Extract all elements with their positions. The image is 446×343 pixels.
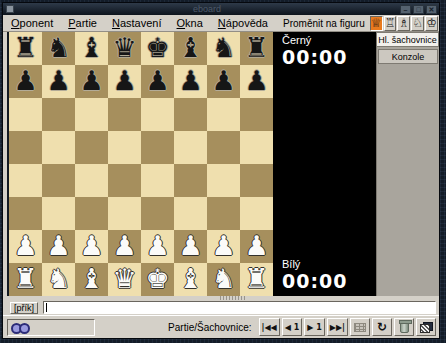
piece-black-pawn[interactable]: ♟ bbox=[240, 65, 273, 98]
piece-white-king[interactable]: ♚ bbox=[141, 263, 174, 296]
square-g3[interactable] bbox=[207, 197, 240, 230]
promote-king-button[interactable]: ♔ bbox=[425, 16, 438, 31]
square-g7[interactable]: ♟ bbox=[207, 65, 240, 98]
square-d5[interactable] bbox=[108, 131, 141, 164]
square-e4[interactable] bbox=[141, 164, 174, 197]
white-clock-time: 00:00 bbox=[282, 270, 376, 292]
square-e2[interactable]: ♟ bbox=[141, 230, 174, 263]
square-c2[interactable]: ♟ bbox=[75, 230, 108, 263]
piece-black-rook[interactable]: ♜ bbox=[9, 32, 42, 65]
piece-white-bishop[interactable]: ♝ bbox=[75, 263, 108, 296]
piece-white-bishop[interactable]: ♝ bbox=[174, 263, 207, 296]
piece-black-pawn[interactable]: ♟ bbox=[207, 65, 240, 98]
boards-icon bbox=[420, 322, 433, 333]
square-e5[interactable] bbox=[141, 131, 174, 164]
piece-black-pawn[interactable]: ♟ bbox=[108, 65, 141, 98]
square-c3[interactable] bbox=[75, 197, 108, 230]
square-d6[interactable] bbox=[108, 98, 141, 131]
piece-black-queen[interactable]: ♛ bbox=[108, 32, 141, 65]
piece-black-knight[interactable]: ♞ bbox=[207, 32, 240, 65]
refresh-icon: ↻ bbox=[377, 321, 387, 333]
square-d8[interactable]: ♛ bbox=[108, 32, 141, 65]
menu-okna[interactable]: Okna bbox=[177, 17, 203, 29]
text-caret bbox=[46, 303, 47, 312]
square-b6[interactable] bbox=[42, 98, 75, 131]
square-h3[interactable] bbox=[240, 197, 273, 230]
command-row: [přík] bbox=[3, 300, 439, 315]
movelist-grid-icon bbox=[354, 323, 366, 332]
promote-knight-button[interactable]: ♘ bbox=[411, 16, 424, 31]
promote-queen-button[interactable]: ♕ bbox=[370, 16, 383, 31]
piece-white-rook[interactable]: ♜ bbox=[240, 263, 273, 296]
nav-back-button[interactable]: ◀ 1 bbox=[282, 318, 303, 336]
square-h2[interactable]: ♟ bbox=[240, 230, 273, 263]
command-input[interactable] bbox=[43, 301, 436, 314]
menu-oponent[interactable]: Oponent bbox=[11, 17, 53, 29]
square-h1[interactable]: ♜ bbox=[240, 263, 273, 296]
square-h6[interactable] bbox=[240, 98, 273, 131]
square-h7[interactable]: ♟ bbox=[240, 65, 273, 98]
square-c1[interactable]: ♝ bbox=[75, 263, 108, 296]
close-button[interactable]: ✕ bbox=[426, 5, 437, 14]
menubar: Oponent Partie Nastavení Okna Nápověda P… bbox=[3, 15, 439, 32]
piece-black-pawn[interactable]: ♟ bbox=[141, 65, 174, 98]
square-e7[interactable]: ♟ bbox=[141, 65, 174, 98]
board-area: ♜♞♝♛♚♝♞♜♟♟♟♟♟♟♟♟♟♟♟♟♟♟♟♟♜♞♝♛♚♝♞♜ bbox=[3, 32, 273, 296]
white-clock: Bílý 00:00 bbox=[282, 258, 376, 292]
command-label-button[interactable]: [přík] bbox=[10, 302, 38, 314]
square-f3[interactable] bbox=[174, 197, 207, 230]
square-c4[interactable] bbox=[75, 164, 108, 197]
piece-white-knight[interactable]: ♞ bbox=[42, 263, 75, 296]
square-a7[interactable]: ♟ bbox=[9, 65, 42, 98]
square-g2[interactable]: ♟ bbox=[207, 230, 240, 263]
square-g1[interactable]: ♞ bbox=[207, 263, 240, 296]
square-e1[interactable]: ♚ bbox=[141, 263, 174, 296]
menu-partie[interactable]: Partie bbox=[68, 17, 97, 29]
statusbar: Partie/Šachovnice: |◀◀ ◀ 1 ▶ 1 ▶▶| ↻ bbox=[3, 315, 439, 338]
piece-white-pawn[interactable]: ♟ bbox=[108, 230, 141, 263]
square-e3[interactable] bbox=[141, 197, 174, 230]
clock-panel: Černý 00:00 Bílý 00:00 bbox=[273, 32, 376, 296]
nav-last-button[interactable]: ▶▶| bbox=[327, 318, 348, 336]
nav-label: Partie/Šachovnice: bbox=[168, 322, 251, 333]
square-f6[interactable] bbox=[174, 98, 207, 131]
square-b7[interactable]: ♟ bbox=[42, 65, 75, 98]
piece-black-pawn[interactable]: ♟ bbox=[75, 65, 108, 98]
piece-white-queen[interactable]: ♛ bbox=[108, 263, 141, 296]
square-b4[interactable] bbox=[42, 164, 75, 197]
square-d4[interactable] bbox=[108, 164, 141, 197]
square-f2[interactable]: ♟ bbox=[174, 230, 207, 263]
square-f5[interactable] bbox=[174, 131, 207, 164]
square-d2[interactable]: ♟ bbox=[108, 230, 141, 263]
black-player-label: Černý bbox=[282, 34, 376, 46]
switch-board-button[interactable] bbox=[416, 318, 436, 336]
tab-main-board[interactable]: Hl. šachovnice bbox=[377, 32, 439, 47]
black-clock: Černý 00:00 bbox=[282, 34, 376, 68]
drag-handle[interactable] bbox=[219, 296, 245, 300]
main-area: ♜♞♝♛♚♝♞♜♟♟♟♟♟♟♟♟♟♟♟♟♟♟♟♟♜♞♝♛♚♝♞♜ Černý 0… bbox=[3, 32, 439, 296]
square-g8[interactable]: ♞ bbox=[207, 32, 240, 65]
piece-white-pawn[interactable]: ♟ bbox=[207, 230, 240, 263]
movelist-button[interactable] bbox=[350, 318, 370, 336]
square-a5[interactable] bbox=[9, 131, 42, 164]
nav-forward-button[interactable]: ▶ 1 bbox=[304, 318, 325, 336]
tab-console[interactable]: Konzole bbox=[378, 49, 438, 64]
promote-bishop-button[interactable]: ♗ bbox=[397, 16, 410, 31]
piece-white-pawn[interactable]: ♟ bbox=[75, 230, 108, 263]
maximize-button[interactable]: □ bbox=[413, 5, 424, 14]
white-player-label: Bílý bbox=[282, 258, 376, 270]
square-b1[interactable]: ♞ bbox=[42, 263, 75, 296]
piece-white-pawn[interactable]: ♟ bbox=[240, 230, 273, 263]
square-c6[interactable] bbox=[75, 98, 108, 131]
refresh-button[interactable]: ↻ bbox=[372, 318, 392, 336]
piece-black-king[interactable]: ♚ bbox=[141, 32, 174, 65]
square-a8[interactable]: ♜ bbox=[9, 32, 42, 65]
piece-black-bishop[interactable]: ♝ bbox=[75, 32, 108, 65]
square-b5[interactable] bbox=[42, 131, 75, 164]
square-h5[interactable] bbox=[240, 131, 273, 164]
square-f8[interactable]: ♝ bbox=[174, 32, 207, 65]
trash-icon bbox=[400, 322, 409, 333]
titlebar[interactable]: eboard – □ ✕ bbox=[3, 3, 439, 15]
square-c7[interactable]: ♟ bbox=[75, 65, 108, 98]
square-a4[interactable] bbox=[9, 164, 42, 197]
square-h4[interactable] bbox=[240, 164, 273, 197]
promote-rook-button[interactable]: ♖ bbox=[384, 16, 397, 31]
square-e6[interactable] bbox=[141, 98, 174, 131]
piece-white-knight[interactable]: ♞ bbox=[207, 263, 240, 296]
piece-black-pawn[interactable]: ♟ bbox=[174, 65, 207, 98]
window-title: eboard bbox=[14, 4, 400, 15]
glasses-icon bbox=[11, 322, 28, 332]
square-f7[interactable]: ♟ bbox=[174, 65, 207, 98]
square-g5[interactable] bbox=[207, 131, 240, 164]
square-f1[interactable]: ♝ bbox=[174, 263, 207, 296]
piece-black-bishop[interactable]: ♝ bbox=[174, 32, 207, 65]
square-b8[interactable]: ♞ bbox=[42, 32, 75, 65]
square-h8[interactable]: ♜ bbox=[240, 32, 273, 65]
piece-white-pawn[interactable]: ♟ bbox=[42, 230, 75, 263]
square-a2[interactable]: ♟ bbox=[9, 230, 42, 263]
pane-separator bbox=[3, 296, 439, 300]
square-d7[interactable]: ♟ bbox=[108, 65, 141, 98]
square-a1[interactable]: ♜ bbox=[9, 263, 42, 296]
square-g6[interactable] bbox=[207, 98, 240, 131]
minimize-button[interactable]: – bbox=[400, 5, 411, 14]
square-e8[interactable]: ♚ bbox=[141, 32, 174, 65]
eboard-window: eboard – □ ✕ Oponent Partie Nastavení Ok… bbox=[2, 2, 440, 339]
piece-black-rook[interactable]: ♜ bbox=[240, 32, 273, 65]
piece-black-knight[interactable]: ♞ bbox=[42, 32, 75, 65]
black-clock-time: 00:00 bbox=[282, 46, 376, 68]
menu-napoveda[interactable]: Nápověda bbox=[218, 17, 268, 29]
promote-label: Proměnit na figuru bbox=[283, 18, 365, 29]
chess-board[interactable]: ♜♞♝♛♚♝♞♜♟♟♟♟♟♟♟♟♟♟♟♟♟♟♟♟♜♞♝♛♚♝♞♜ bbox=[9, 32, 273, 296]
tab-column: Hl. šachovnice Konzole bbox=[376, 32, 439, 296]
menu-nastaveni[interactable]: Nastavení bbox=[112, 17, 162, 29]
square-d3[interactable] bbox=[108, 197, 141, 230]
desktop-background: eboard – □ ✕ Oponent Partie Nastavení Ok… bbox=[0, 0, 446, 343]
nav-first-button[interactable]: |◀◀ bbox=[259, 318, 280, 336]
window-menu-icon[interactable] bbox=[6, 5, 14, 13]
piece-white-pawn[interactable]: ♟ bbox=[174, 230, 207, 263]
piece-white-rook[interactable]: ♜ bbox=[9, 263, 42, 296]
square-g4[interactable] bbox=[207, 164, 240, 197]
discard-button[interactable] bbox=[394, 318, 414, 336]
square-a3[interactable] bbox=[9, 197, 42, 230]
square-f4[interactable] bbox=[174, 164, 207, 197]
square-d1[interactable]: ♛ bbox=[108, 263, 141, 296]
square-c8[interactable]: ♝ bbox=[75, 32, 108, 65]
piece-white-pawn[interactable]: ♟ bbox=[9, 230, 42, 263]
square-b3[interactable] bbox=[42, 197, 75, 230]
square-c5[interactable] bbox=[75, 131, 108, 164]
piece-white-pawn[interactable]: ♟ bbox=[141, 230, 174, 263]
piece-black-pawn[interactable]: ♟ bbox=[9, 65, 42, 98]
piece-black-pawn[interactable]: ♟ bbox=[42, 65, 75, 98]
status-frame bbox=[7, 319, 95, 336]
square-b2[interactable]: ♟ bbox=[42, 230, 75, 263]
square-a6[interactable] bbox=[9, 98, 42, 131]
